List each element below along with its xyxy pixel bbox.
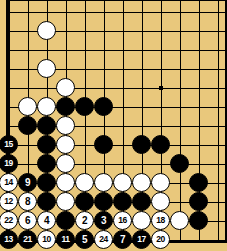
white-stone — [18, 97, 37, 116]
move-number-label: 2 — [82, 215, 87, 225]
white-stone — [56, 192, 75, 211]
move-number-label: 17 — [137, 235, 145, 244]
black-stone — [113, 192, 132, 211]
white-stone — [113, 173, 132, 192]
white-stone — [37, 59, 56, 78]
black-stone — [37, 154, 56, 173]
black-stone: 21 — [18, 230, 37, 249]
white-stone — [170, 211, 189, 230]
stones-grid: 151914912822642316181321101152471720 — [0, 2, 227, 249]
black-stone — [151, 135, 170, 154]
white-stone — [37, 21, 56, 40]
black-stone — [37, 192, 56, 211]
move-number-label: 10 — [42, 235, 50, 244]
crop-border-top — [6, 0, 227, 1]
white-stone: 12 — [0, 192, 18, 211]
black-stone: 3 — [94, 211, 113, 230]
go-board: 151914912822642316181321101152471720 — [0, 0, 227, 251]
move-number-label: 18 — [156, 216, 164, 225]
black-stone — [37, 173, 56, 192]
white-stone: 18 — [151, 211, 170, 230]
white-stone — [151, 192, 170, 211]
black-stone — [94, 97, 113, 116]
white-stone: 14 — [0, 173, 18, 192]
move-number-label: 20 — [156, 235, 164, 244]
white-stone: 16 — [113, 211, 132, 230]
move-number-label: 8 — [25, 196, 30, 206]
black-stone — [56, 97, 75, 116]
move-number-label: 9 — [25, 177, 30, 187]
white-stone: 8 — [18, 192, 37, 211]
white-stone — [56, 154, 75, 173]
move-number-label: 22 — [4, 216, 12, 225]
white-stone: 2 — [75, 211, 94, 230]
black-stone — [94, 192, 113, 211]
black-stone — [75, 192, 94, 211]
move-number-label: 24 — [99, 235, 107, 244]
move-number-label: 6 — [25, 215, 30, 225]
white-stone: 6 — [18, 211, 37, 230]
white-stone — [75, 173, 94, 192]
black-stone: 11 — [56, 230, 75, 249]
black-stone — [170, 154, 189, 173]
move-number-label: 4 — [44, 215, 49, 225]
white-stone — [151, 173, 170, 192]
white-stone: 10 — [37, 230, 56, 249]
black-stone — [56, 211, 75, 230]
white-stone — [37, 97, 56, 116]
black-stone: 13 — [0, 230, 18, 249]
white-stone — [56, 135, 75, 154]
white-stone — [56, 173, 75, 192]
white-stone — [132, 173, 151, 192]
black-stone — [18, 116, 37, 135]
black-stone: 9 — [18, 173, 37, 192]
move-number-label: 19 — [4, 159, 12, 168]
black-stone — [37, 116, 56, 135]
white-stone — [132, 211, 151, 230]
black-stone: 17 — [132, 230, 151, 249]
white-stone — [56, 116, 75, 135]
black-stone — [75, 97, 94, 116]
white-stone: 4 — [37, 211, 56, 230]
move-number-label: 13 — [4, 235, 12, 244]
move-number-label: 3 — [101, 215, 106, 225]
black-stone: 15 — [0, 135, 18, 154]
white-stone: 24 — [94, 230, 113, 249]
move-number-label: 5 — [82, 234, 87, 244]
black-stone: 7 — [113, 230, 132, 249]
white-stone — [56, 78, 75, 97]
black-stone — [37, 135, 56, 154]
move-number-label: 7 — [120, 234, 125, 244]
black-stone — [189, 211, 208, 230]
black-stone — [94, 135, 113, 154]
white-stone — [94, 173, 113, 192]
black-stone — [189, 173, 208, 192]
move-number-label: 11 — [62, 235, 70, 244]
black-stone: 19 — [0, 154, 18, 173]
move-number-label: 15 — [4, 140, 12, 149]
move-number-label: 21 — [23, 235, 31, 244]
white-stone: 20 — [151, 230, 170, 249]
black-stone — [132, 135, 151, 154]
black-stone — [132, 192, 151, 211]
white-stone: 22 — [0, 211, 18, 230]
move-number-label: 14 — [4, 178, 12, 187]
black-stone — [189, 192, 208, 211]
move-number-label: 12 — [4, 197, 12, 206]
move-number-label: 16 — [118, 216, 126, 225]
black-stone: 5 — [75, 230, 94, 249]
